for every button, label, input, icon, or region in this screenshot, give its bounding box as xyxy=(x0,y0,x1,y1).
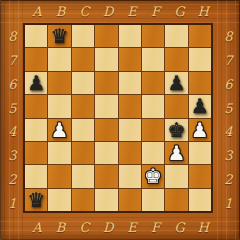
square-c8[interactable] xyxy=(72,25,94,47)
square-d4[interactable] xyxy=(95,119,117,141)
black-pawn[interactable]: ♟ xyxy=(167,73,185,93)
file-label-bottom-d: D xyxy=(96,216,120,239)
square-h6[interactable] xyxy=(189,72,211,94)
rank-label-left-8: 8 xyxy=(1,25,24,49)
black-king[interactable]: ♚ xyxy=(167,120,185,140)
white-pawn[interactable]: ♟ xyxy=(167,143,185,163)
square-g6[interactable]: ♟ xyxy=(165,72,187,94)
file-label-bottom-b: B xyxy=(49,216,73,239)
square-c7[interactable] xyxy=(72,48,94,70)
file-label-top-h: H xyxy=(191,0,215,23)
file-label-top-c: C xyxy=(73,0,97,23)
rank-label-left-5: 5 xyxy=(1,96,24,120)
chess-app: ABCDEFGH ABCDEFGH 87654321 87654321 ♛♟♟♟… xyxy=(0,0,240,240)
square-g2[interactable] xyxy=(165,165,187,187)
file-label-bottom-g: G xyxy=(168,216,192,239)
file-label-top-g: G xyxy=(168,0,192,23)
file-label-bottom-f: F xyxy=(144,216,168,239)
square-g7[interactable] xyxy=(165,48,187,70)
square-e5[interactable] xyxy=(119,95,141,117)
rank-labels-left: 87654321 xyxy=(1,25,24,215)
square-a3[interactable] xyxy=(25,142,47,164)
square-d2[interactable] xyxy=(95,165,117,187)
square-b3[interactable] xyxy=(48,142,70,164)
square-c4[interactable] xyxy=(72,119,94,141)
rank-label-left-4: 4 xyxy=(1,120,24,144)
rank-label-left-6: 6 xyxy=(1,73,24,97)
square-e1[interactable] xyxy=(119,189,141,211)
file-label-bottom-e: E xyxy=(120,216,144,239)
square-g8[interactable] xyxy=(165,25,187,47)
square-a5[interactable] xyxy=(25,95,47,117)
square-f3[interactable] xyxy=(142,142,164,164)
square-e4[interactable] xyxy=(119,119,141,141)
black-queen[interactable]: ♛ xyxy=(51,26,69,46)
square-a2[interactable] xyxy=(25,165,47,187)
square-h5[interactable]: ♟ xyxy=(189,95,211,117)
rank-label-left-2: 2 xyxy=(1,168,24,192)
square-e7[interactable] xyxy=(119,48,141,70)
file-labels-top: ABCDEFGH xyxy=(25,0,215,23)
black-pawn[interactable]: ♟ xyxy=(27,73,45,93)
square-e3[interactable] xyxy=(119,142,141,164)
square-g5[interactable] xyxy=(165,95,187,117)
chess-board[interactable]: ♛♟♟♟♟♚♟♟♚♛ xyxy=(23,23,213,213)
square-h4[interactable]: ♟ xyxy=(189,119,211,141)
square-a8[interactable] xyxy=(25,25,47,47)
square-a1[interactable]: ♛ xyxy=(25,189,47,211)
square-d8[interactable] xyxy=(95,25,117,47)
white-king[interactable]: ♚ xyxy=(144,166,162,186)
file-label-top-e: E xyxy=(120,0,144,23)
board-frame: ABCDEFGH ABCDEFGH 87654321 87654321 ♛♟♟♟… xyxy=(0,0,240,240)
square-h7[interactable] xyxy=(189,48,211,70)
rank-labels-right: 87654321 xyxy=(217,25,240,215)
square-c1[interactable] xyxy=(72,189,94,211)
rank-label-left-3: 3 xyxy=(1,144,24,168)
square-c6[interactable] xyxy=(72,72,94,94)
square-b8[interactable]: ♛ xyxy=(48,25,70,47)
square-f5[interactable] xyxy=(142,95,164,117)
square-f2[interactable]: ♚ xyxy=(142,165,164,187)
rank-label-right-2: 2 xyxy=(217,168,240,192)
square-b1[interactable] xyxy=(48,189,70,211)
file-label-top-f: F xyxy=(144,0,168,23)
square-d6[interactable] xyxy=(95,72,117,94)
rank-label-left-1: 1 xyxy=(1,191,24,215)
square-b7[interactable] xyxy=(48,48,70,70)
square-h3[interactable] xyxy=(189,142,211,164)
black-queen[interactable]: ♛ xyxy=(27,190,45,210)
rank-label-right-8: 8 xyxy=(217,25,240,49)
file-label-bottom-c: C xyxy=(73,216,97,239)
rank-label-right-1: 1 xyxy=(217,191,240,215)
square-a6[interactable]: ♟ xyxy=(25,72,47,94)
square-f8[interactable] xyxy=(142,25,164,47)
square-h2[interactable] xyxy=(189,165,211,187)
square-e2[interactable] xyxy=(119,165,141,187)
square-d1[interactable] xyxy=(95,189,117,211)
rank-label-right-3: 3 xyxy=(217,144,240,168)
square-b6[interactable] xyxy=(48,72,70,94)
square-c3[interactable] xyxy=(72,142,94,164)
file-label-top-a: A xyxy=(25,0,49,23)
square-d5[interactable] xyxy=(95,95,117,117)
file-label-top-b: B xyxy=(49,0,73,23)
square-g4[interactable]: ♚ xyxy=(165,119,187,141)
square-e8[interactable] xyxy=(119,25,141,47)
square-b4[interactable]: ♟ xyxy=(48,119,70,141)
square-h1[interactable] xyxy=(189,189,211,211)
rank-label-right-5: 5 xyxy=(217,96,240,120)
square-f7[interactable] xyxy=(142,48,164,70)
square-h8[interactable] xyxy=(189,25,211,47)
file-label-top-d: D xyxy=(96,0,120,23)
square-e6[interactable] xyxy=(119,72,141,94)
file-label-bottom-h: H xyxy=(191,216,215,239)
rank-label-right-6: 6 xyxy=(217,73,240,97)
white-pawn[interactable]: ♟ xyxy=(191,120,209,140)
square-a7[interactable] xyxy=(25,48,47,70)
square-d7[interactable] xyxy=(95,48,117,70)
square-d3[interactable] xyxy=(95,142,117,164)
rank-label-right-7: 7 xyxy=(217,49,240,73)
rank-label-left-7: 7 xyxy=(1,49,24,73)
square-c5[interactable] xyxy=(72,95,94,117)
square-g3[interactable]: ♟ xyxy=(165,142,187,164)
rank-label-right-4: 4 xyxy=(217,120,240,144)
square-f6[interactable] xyxy=(142,72,164,94)
square-a4[interactable] xyxy=(25,119,47,141)
square-g1[interactable] xyxy=(165,189,187,211)
file-labels-bottom: ABCDEFGH xyxy=(25,216,215,239)
square-b5[interactable] xyxy=(48,95,70,117)
square-f1[interactable] xyxy=(142,189,164,211)
square-b2[interactable] xyxy=(48,165,70,187)
white-pawn[interactable]: ♟ xyxy=(51,120,69,140)
square-f4[interactable] xyxy=(142,119,164,141)
file-label-bottom-a: A xyxy=(25,216,49,239)
black-pawn[interactable]: ♟ xyxy=(191,96,209,116)
square-c2[interactable] xyxy=(72,165,94,187)
